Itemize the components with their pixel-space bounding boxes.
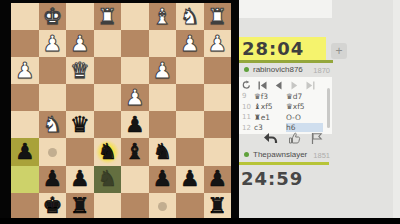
move-list-card: 9 ♛f3 ♛d7 10 ♝xf5 ♛xf5 11 ♜e1 O-O 12 c3 … — [239, 77, 332, 134]
white-pawn[interactable]: ♟ — [207, 33, 227, 55]
square-a3[interactable] — [204, 57, 232, 84]
takeback-icon[interactable] — [263, 131, 278, 149]
letterbox-bottom — [0, 218, 400, 224]
square-f3[interactable]: ♛ — [66, 57, 94, 84]
move-row: 11 ♜e1 O-O — [239, 112, 326, 123]
first-move-icon[interactable] — [258, 81, 267, 90]
square-g3[interactable] — [39, 57, 67, 84]
white-pawn[interactable]: ♟ — [42, 33, 62, 55]
square-b5[interactable] — [176, 111, 204, 138]
last-move-icon[interactable] — [306, 81, 315, 90]
black-pawn[interactable]: ♟ — [70, 168, 90, 190]
square-c7[interactable]: ♟ — [149, 166, 177, 193]
panel-edge-strip — [393, 0, 400, 218]
black-player-bar — [239, 162, 329, 165]
square-b2[interactable]: ♟ — [176, 30, 204, 57]
black-pawn[interactable]: ♟ — [152, 168, 172, 190]
black-clock: 24:59 — [239, 166, 325, 192]
square-e3[interactable] — [94, 57, 122, 84]
black-move[interactable]: O-O — [286, 113, 323, 122]
square-e5[interactable] — [94, 111, 122, 138]
square-b4[interactable] — [176, 84, 204, 111]
square-c2[interactable] — [149, 30, 177, 57]
prev-move-icon[interactable] — [274, 81, 283, 90]
square-c6[interactable]: ♞ — [149, 138, 177, 165]
side-panel: 28:04 + rabinovich876 1870 — [239, 0, 400, 224]
black-bishop[interactable]: ♝ — [125, 141, 145, 163]
square-a2[interactable]: ♟ — [204, 30, 232, 57]
square-h7[interactable] — [11, 166, 39, 193]
black-player-row: Thepawnslayer 1851 — [239, 148, 332, 162]
black-king[interactable]: ♚ — [42, 195, 62, 217]
move-hint-dot — [158, 202, 167, 211]
next-move-icon[interactable] — [290, 81, 299, 90]
white-knight[interactable]: ♞ — [180, 6, 200, 28]
move-row: 9 ♛f3 ♛d7 — [239, 91, 326, 102]
square-f4[interactable] — [66, 84, 94, 111]
black-rook[interactable]: ♜ — [207, 195, 227, 217]
move-nav-bar — [242, 79, 322, 91]
square-h5[interactable] — [11, 111, 39, 138]
square-g4[interactable] — [39, 84, 67, 111]
square-a4[interactable] — [204, 84, 232, 111]
square-g2[interactable]: ♟ — [39, 30, 67, 57]
square-g8[interactable]: ♚ — [39, 193, 67, 220]
square-b3[interactable] — [176, 57, 204, 84]
square-e4[interactable] — [94, 84, 122, 111]
move-number: 11 — [239, 113, 254, 121]
square-f5[interactable]: ♛ — [66, 111, 94, 138]
square-f8[interactable]: ♜ — [66, 193, 94, 220]
square-a7[interactable]: ♟ — [204, 166, 232, 193]
white-queen[interactable]: ♛ — [70, 60, 90, 82]
square-b8[interactable] — [176, 193, 204, 220]
black-knight[interactable]: ♞ — [97, 141, 117, 163]
move-row: 10 ♝xf5 ♛xf5 — [239, 102, 326, 113]
white-clock: 28:04 — [239, 37, 326, 60]
move-list: 9 ♛f3 ♛d7 10 ♝xf5 ♛xf5 11 ♜e1 O-O 12 c3 … — [239, 91, 326, 133]
black-knight[interactable]: ♞ — [97, 168, 117, 190]
black-player-rating: 1851 — [239, 151, 330, 160]
white-move[interactable]: ♝xf5 — [254, 102, 286, 111]
square-h6[interactable]: ♟ — [11, 138, 39, 165]
square-f7[interactable]: ♟ — [66, 166, 94, 193]
black-pawn[interactable]: ♟ — [125, 114, 145, 136]
square-h2[interactable] — [11, 30, 39, 57]
square-a5[interactable] — [204, 111, 232, 138]
white-move[interactable]: ♜e1 — [254, 113, 286, 122]
square-h8[interactable] — [11, 193, 39, 220]
black-rook[interactable]: ♜ — [70, 195, 90, 217]
square-d6[interactable]: ♝ — [121, 138, 149, 165]
move-hint-dot — [48, 148, 57, 157]
white-rook[interactable]: ♜ — [97, 6, 117, 28]
white-player-rating: 1870 — [239, 66, 330, 75]
square-c8[interactable] — [149, 193, 177, 220]
replay-icon[interactable] — [242, 80, 251, 90]
square-h4[interactable] — [11, 84, 39, 111]
black-move[interactable]: ♛xf5 — [286, 102, 323, 111]
white-bishop[interactable]: ♝ — [152, 6, 172, 28]
square-a6[interactable] — [204, 138, 232, 165]
square-a8[interactable]: ♜ — [204, 193, 232, 220]
square-c1[interactable]: ♝ — [149, 3, 177, 30]
move-list-scrollbar[interactable] — [327, 88, 330, 128]
add-time-button[interactable]: + — [331, 43, 347, 59]
square-c5[interactable] — [149, 111, 177, 138]
white-pawn[interactable]: ♟ — [125, 87, 145, 109]
black-knight[interactable]: ♞ — [152, 141, 172, 163]
white-king[interactable]: ♚ — [42, 6, 62, 28]
square-d3[interactable] — [121, 57, 149, 84]
square-d8[interactable] — [121, 193, 149, 220]
square-g6[interactable] — [39, 138, 67, 165]
draw-offer-icon[interactable] — [288, 131, 301, 149]
black-pawn[interactable]: ♟ — [207, 168, 227, 190]
square-e6[interactable]: ♞ — [94, 138, 122, 165]
square-d7[interactable] — [121, 166, 149, 193]
square-e8[interactable] — [94, 193, 122, 220]
square-g1[interactable]: ♚ — [39, 3, 67, 30]
square-b6[interactable] — [176, 138, 204, 165]
black-pawn[interactable]: ♟ — [180, 168, 200, 190]
black-pawn[interactable]: ♟ — [15, 141, 35, 163]
white-move[interactable]: ♛f3 — [254, 92, 286, 101]
square-a1[interactable]: ♜ — [204, 3, 232, 30]
square-b1[interactable]: ♞ — [176, 3, 204, 30]
black-queen[interactable]: ♛ — [70, 114, 90, 136]
square-e1[interactable]: ♜ — [94, 3, 122, 30]
move-number: 9 — [239, 92, 254, 100]
square-b7[interactable]: ♟ — [176, 166, 204, 193]
square-h3[interactable]: ♟ — [11, 57, 39, 84]
white-knight[interactable]: ♞ — [42, 114, 62, 136]
square-e7[interactable]: ♞ — [94, 166, 122, 193]
resign-flag-icon[interactable] — [310, 131, 323, 149]
panel-top-area — [239, 0, 332, 18]
square-f1[interactable] — [66, 3, 94, 30]
square-c3[interactable]: ♟ — [149, 57, 177, 84]
board-area: ♚♜♝♞♜♟♟♟♟♟♛♟♟♞♛♟♟♞♝♞♟♟♞♟♟♟♚♜♜ — [0, 0, 239, 224]
square-g7[interactable]: ♟ — [39, 166, 67, 193]
black-pawn[interactable]: ♟ — [42, 168, 62, 190]
square-d1[interactable] — [121, 3, 149, 30]
square-d4[interactable]: ♟ — [121, 84, 149, 111]
chess-board[interactable]: ♚♜♝♞♜♟♟♟♟♟♛♟♟♞♛♟♟♞♝♞♟♟♞♟♟♟♚♜♜ — [11, 3, 231, 220]
move-number: 10 — [239, 103, 254, 111]
square-d2[interactable] — [121, 30, 149, 57]
white-rook[interactable]: ♜ — [207, 6, 227, 28]
white-pawn[interactable]: ♟ — [152, 60, 172, 82]
square-f2[interactable]: ♟ — [66, 30, 94, 57]
square-d5[interactable]: ♟ — [121, 111, 149, 138]
square-g5[interactable]: ♞ — [39, 111, 67, 138]
white-pawn[interactable]: ♟ — [70, 33, 90, 55]
square-f6[interactable] — [66, 138, 94, 165]
square-e2[interactable] — [94, 30, 122, 57]
white-player-row: rabinovich876 1870 — [239, 63, 332, 77]
square-h1[interactable] — [11, 3, 39, 30]
square-c4[interactable] — [149, 84, 177, 111]
white-pawn[interactable]: ♟ — [15, 60, 35, 82]
game-actions-bar — [239, 130, 332, 146]
white-pawn[interactable]: ♟ — [180, 33, 200, 55]
black-move[interactable]: ♛d7 — [286, 92, 323, 101]
